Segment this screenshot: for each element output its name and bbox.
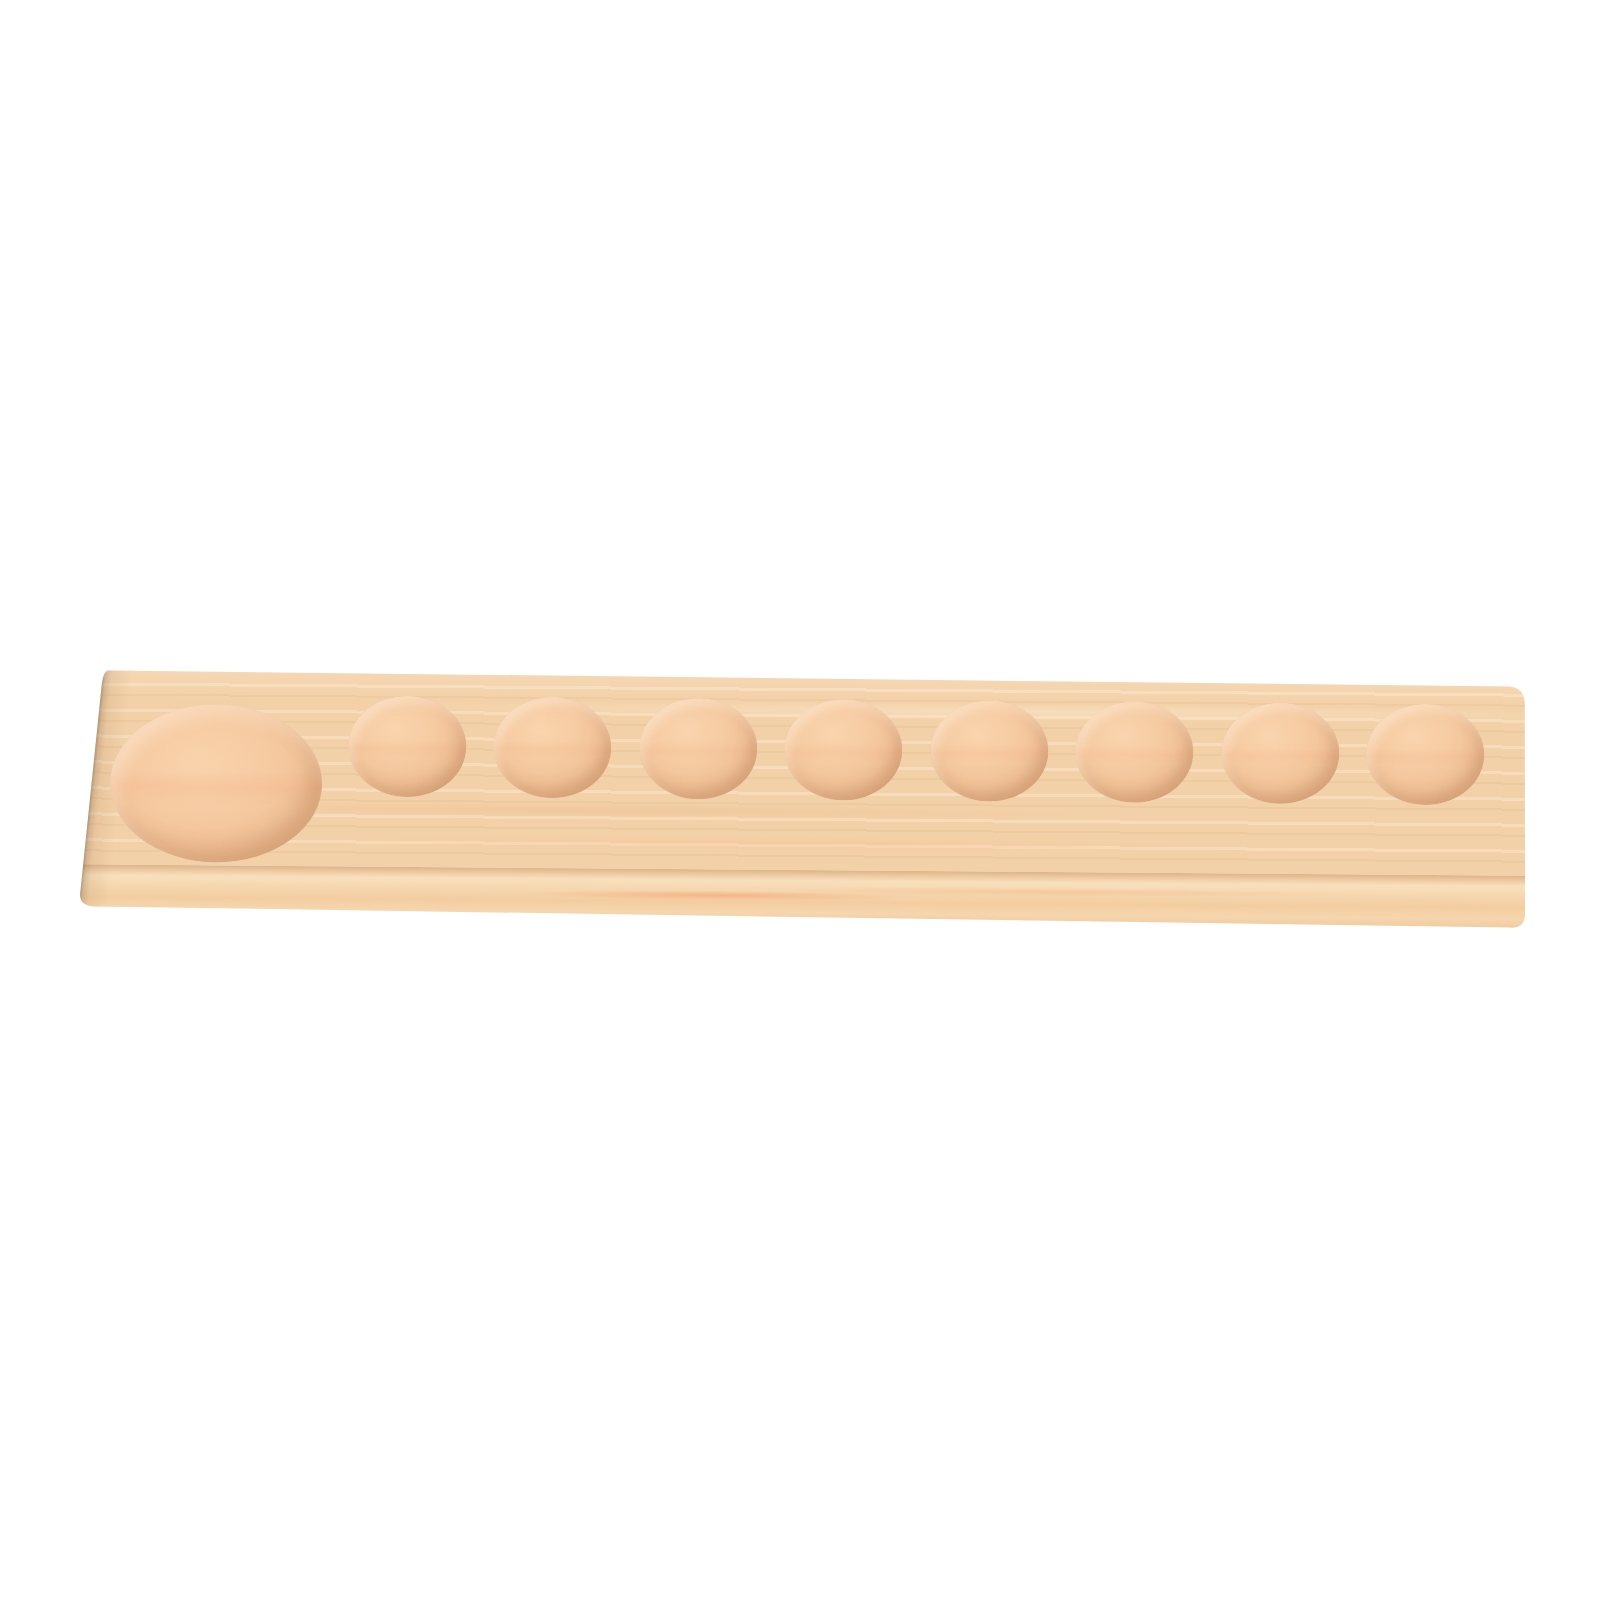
store-pit[interactable]: [109, 704, 322, 864]
pit-row: [97, 656, 1499, 935]
pit-cell-4: [769, 662, 917, 931]
store-cell: [97, 656, 335, 926]
pit-cell-3: [624, 661, 772, 930]
pit-8[interactable]: [1366, 703, 1485, 805]
pit-2[interactable]: [493, 697, 612, 799]
pit-7[interactable]: [1221, 702, 1340, 804]
pit-cell-6: [1060, 664, 1208, 933]
pit-3[interactable]: [639, 698, 758, 800]
pit-5[interactable]: [930, 700, 1049, 802]
pit-4[interactable]: [784, 699, 903, 801]
pit-cell-8: [1351, 666, 1499, 935]
pit-cell-1: [333, 658, 481, 927]
product-photo-stage: [0, 0, 1600, 1600]
mancala-board: [75, 656, 1529, 935]
pit-1[interactable]: [348, 695, 467, 797]
pit-cell-7: [1206, 665, 1354, 934]
pit-cell-2: [478, 659, 626, 928]
pit-cell-5: [915, 663, 1063, 932]
pit-6[interactable]: [1075, 701, 1194, 803]
